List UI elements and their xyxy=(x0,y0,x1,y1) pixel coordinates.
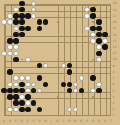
black-stone xyxy=(31,88,37,94)
intersection[interactable] xyxy=(25,25,31,31)
intersection[interactable] xyxy=(25,81,31,87)
white-stone xyxy=(25,100,31,106)
black-stone xyxy=(90,26,96,32)
go-board xyxy=(1,0,114,118)
white-stone xyxy=(84,13,90,19)
intersection[interactable] xyxy=(25,106,31,112)
black-stone xyxy=(13,94,19,100)
intersection[interactable] xyxy=(102,38,108,44)
white-stone xyxy=(84,7,90,13)
intersection[interactable] xyxy=(7,38,13,44)
black-stone xyxy=(67,63,73,69)
black-stone xyxy=(67,69,73,75)
white-stone xyxy=(43,63,49,69)
black-stone xyxy=(13,32,19,38)
intersection[interactable] xyxy=(19,106,25,112)
black-stone xyxy=(67,88,73,94)
white-stone xyxy=(7,44,13,50)
black-stone xyxy=(37,26,43,32)
intersection[interactable] xyxy=(7,44,13,50)
white-stone xyxy=(96,82,102,88)
row-label: 1 xyxy=(113,112,120,118)
white-stone xyxy=(31,1,37,7)
white-stone xyxy=(25,75,31,81)
white-stone xyxy=(13,82,19,88)
black-stone xyxy=(19,88,25,94)
black-stone xyxy=(79,88,85,94)
intersection[interactable] xyxy=(96,38,102,44)
intersection[interactable] xyxy=(19,75,25,81)
black-stone xyxy=(13,38,19,44)
black-stone xyxy=(96,88,102,94)
black-stone xyxy=(96,26,102,32)
intersection[interactable] xyxy=(13,13,19,19)
intersection[interactable] xyxy=(84,13,90,19)
star-point xyxy=(57,96,59,98)
black-stone xyxy=(25,107,31,113)
black-stone xyxy=(19,1,25,7)
intersection[interactable] xyxy=(7,19,13,25)
white-stone xyxy=(84,26,90,32)
black-stone xyxy=(25,26,31,32)
white-stone xyxy=(7,51,13,57)
white-stone xyxy=(13,44,19,50)
star-point xyxy=(57,59,59,61)
white-stone xyxy=(19,94,25,100)
black-stone xyxy=(19,32,25,38)
intersection[interactable] xyxy=(13,100,19,106)
white-stone xyxy=(19,75,25,81)
black-stone xyxy=(13,100,19,106)
black-stone xyxy=(19,82,25,88)
white-stone xyxy=(79,75,85,81)
black-stone xyxy=(7,38,13,44)
star-point xyxy=(92,96,94,98)
black-stone xyxy=(37,107,43,113)
black-stone xyxy=(31,100,37,106)
black-stone xyxy=(19,26,25,32)
intersection[interactable] xyxy=(25,100,31,106)
white-stone xyxy=(1,19,7,25)
black-stone xyxy=(43,82,49,88)
white-stone xyxy=(73,88,79,94)
white-stone xyxy=(25,57,31,63)
intersection[interactable] xyxy=(13,19,19,25)
black-stone xyxy=(13,88,19,94)
black-stone xyxy=(37,63,43,69)
intersection[interactable] xyxy=(19,94,25,100)
black-stone xyxy=(25,94,31,100)
intersection[interactable] xyxy=(25,94,31,100)
intersection[interactable] xyxy=(19,100,25,106)
white-stone xyxy=(7,13,13,19)
white-stone xyxy=(25,88,31,94)
intersection[interactable] xyxy=(19,19,25,25)
intersection[interactable] xyxy=(13,75,19,81)
intersection[interactable] xyxy=(13,50,19,56)
star-point xyxy=(92,21,94,23)
intersection[interactable] xyxy=(7,94,13,100)
intersection[interactable] xyxy=(13,38,19,44)
black-stone xyxy=(67,82,73,88)
star-point xyxy=(57,21,59,23)
black-stone xyxy=(90,13,96,19)
black-stone xyxy=(61,82,67,88)
black-stone xyxy=(13,19,19,25)
white-stone xyxy=(13,7,19,13)
intersection[interactable] xyxy=(13,81,19,87)
black-stone xyxy=(7,88,13,94)
black-stone xyxy=(7,94,13,100)
white-stone xyxy=(13,75,19,81)
intersection[interactable] xyxy=(1,19,7,25)
white-stone xyxy=(90,38,96,44)
white-stone xyxy=(31,82,37,88)
black-stone xyxy=(96,51,102,57)
intersection[interactable] xyxy=(13,94,19,100)
column-labels: ABCDEFGHJKLMNOPQRST xyxy=(1,117,114,125)
black-stone xyxy=(13,13,19,19)
black-stone xyxy=(37,19,43,25)
black-stone xyxy=(102,32,108,38)
white-stone xyxy=(73,107,79,113)
white-stone xyxy=(90,32,96,38)
white-stone xyxy=(13,26,19,32)
black-stone xyxy=(25,13,31,19)
white-stone xyxy=(67,107,73,113)
white-stone xyxy=(96,44,102,50)
white-stone xyxy=(61,63,67,69)
black-stone xyxy=(1,88,7,94)
intersection[interactable] xyxy=(96,44,102,50)
white-stone xyxy=(37,88,43,94)
intersection[interactable] xyxy=(19,25,25,31)
go-board-screenshot: ABCDEFGHJKLMNOPQRST 19181716151413121110… xyxy=(0,0,120,125)
intersection[interactable] xyxy=(90,38,96,44)
black-stone xyxy=(19,19,25,25)
white-stone xyxy=(96,57,102,63)
black-stone xyxy=(37,75,43,81)
white-stone xyxy=(7,107,13,113)
white-stone xyxy=(102,38,108,44)
white-stone xyxy=(7,19,13,25)
intersection[interactable] xyxy=(13,44,19,50)
white-stone xyxy=(90,88,96,94)
black-stone xyxy=(19,13,25,19)
white-stone xyxy=(25,82,31,88)
intersection[interactable] xyxy=(7,13,13,19)
white-stone xyxy=(1,51,7,57)
black-stone xyxy=(90,7,96,13)
intersection[interactable] xyxy=(13,106,19,112)
black-stone xyxy=(96,38,102,44)
intersection[interactable] xyxy=(25,13,31,19)
white-stone xyxy=(31,7,37,13)
black-stone xyxy=(7,69,13,75)
black-stone xyxy=(96,19,102,25)
star-point xyxy=(92,59,94,61)
intersection[interactable] xyxy=(19,81,25,87)
intersection[interactable] xyxy=(102,44,108,50)
intersection[interactable] xyxy=(7,69,13,75)
black-stone xyxy=(19,100,25,106)
intersection[interactable] xyxy=(1,50,7,56)
intersection[interactable] xyxy=(25,75,31,81)
star-point xyxy=(21,59,23,61)
intersection[interactable] xyxy=(7,50,13,56)
black-stone xyxy=(19,7,25,13)
white-stone xyxy=(7,82,13,88)
black-stone xyxy=(90,75,96,81)
black-stone xyxy=(102,44,108,50)
black-stone xyxy=(19,107,25,113)
white-stone xyxy=(13,107,19,113)
black-stone xyxy=(43,19,49,25)
intersection[interactable] xyxy=(90,13,96,19)
white-stone xyxy=(13,51,19,57)
intersection[interactable] xyxy=(7,106,13,112)
intersection[interactable] xyxy=(19,13,25,19)
row-labels: 19181716151413121110987654321 xyxy=(113,0,120,118)
black-stone xyxy=(13,57,19,63)
white-stone xyxy=(73,82,79,88)
white-stone xyxy=(31,13,37,19)
black-stone xyxy=(96,32,102,38)
